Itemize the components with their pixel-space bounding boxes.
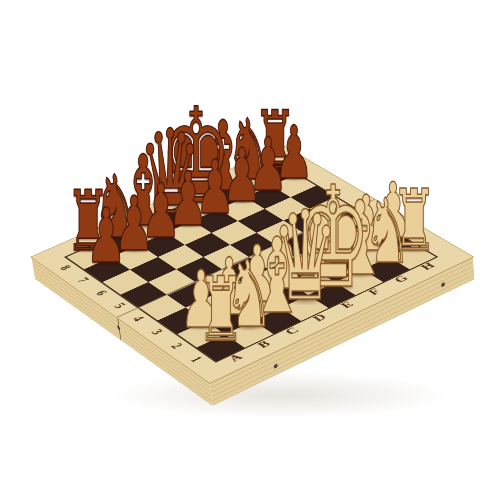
pieces-layer: ♜♞♝♛♚♝♞♜♟♟♟♟♟♟♟♟♟♟♟♟♟♟♟♟♜♞♝♛♚♝♞♜ xyxy=(0,0,500,500)
rook-glyph: ♜ xyxy=(197,266,244,354)
product-photo-stage: ABCDEFGH 12345678 ♜♞♝♛♚♝♞♜♟♟♟♟♟♟♟♟♟♟♟♟♟♟… xyxy=(0,0,500,500)
pawn-glyph: ♟ xyxy=(86,198,127,274)
